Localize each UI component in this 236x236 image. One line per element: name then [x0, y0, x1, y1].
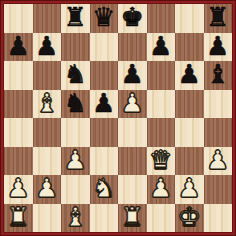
square-c2[interactable]	[61, 175, 90, 204]
piece-white-knight: ♞	[92, 175, 115, 202]
chess-board: ♜♛♚♜♟♟♟♟♞♟♟♝♝♞♟♟♟♛♟♟♟♞♟♟♜♝♜♚	[0, 0, 236, 236]
square-c3[interactable]: ♟	[61, 147, 90, 176]
square-f4[interactable]	[147, 118, 176, 147]
piece-black-pawn: ♟	[121, 61, 144, 88]
square-e8[interactable]: ♚	[118, 4, 147, 33]
piece-black-knight: ♞	[64, 61, 87, 88]
square-c7[interactable]	[61, 33, 90, 62]
piece-white-pawn: ♟	[149, 175, 172, 202]
square-d4[interactable]	[90, 118, 119, 147]
square-c5[interactable]: ♞	[61, 90, 90, 119]
square-b5[interactable]: ♝	[33, 90, 62, 119]
square-g8[interactable]	[175, 4, 204, 33]
piece-white-pawn: ♟	[121, 90, 144, 117]
square-b3[interactable]	[33, 147, 62, 176]
square-a4[interactable]	[4, 118, 33, 147]
square-g2[interactable]: ♟	[175, 175, 204, 204]
square-d1[interactable]	[90, 204, 119, 233]
square-a3[interactable]	[4, 147, 33, 176]
square-d5[interactable]: ♟	[90, 90, 119, 119]
piece-black-rook: ♜	[206, 4, 229, 31]
square-d2[interactable]: ♞	[90, 175, 119, 204]
square-f8[interactable]	[147, 4, 176, 33]
square-h7[interactable]: ♟	[204, 33, 233, 62]
square-b4[interactable]	[33, 118, 62, 147]
square-f2[interactable]: ♟	[147, 175, 176, 204]
square-b8[interactable]	[33, 4, 62, 33]
piece-black-rook: ♜	[64, 4, 87, 31]
square-g3[interactable]	[175, 147, 204, 176]
piece-black-pawn: ♟	[7, 33, 30, 60]
square-g7[interactable]	[175, 33, 204, 62]
piece-white-rook: ♜	[121, 204, 144, 231]
piece-white-king: ♚	[178, 204, 201, 231]
square-d6[interactable]	[90, 61, 119, 90]
square-h1[interactable]	[204, 204, 233, 233]
piece-black-pawn: ♟	[35, 33, 58, 60]
piece-white-rook: ♜	[7, 204, 30, 231]
square-c6[interactable]: ♞	[61, 61, 90, 90]
chess-board-grid: ♜♛♚♜♟♟♟♟♞♟♟♝♝♞♟♟♟♛♟♟♟♞♟♟♜♝♜♚	[4, 4, 232, 232]
square-a6[interactable]	[4, 61, 33, 90]
piece-white-pawn: ♟	[64, 147, 87, 174]
square-e4[interactable]	[118, 118, 147, 147]
piece-black-king: ♚	[121, 4, 144, 31]
square-b7[interactable]: ♟	[33, 33, 62, 62]
square-h5[interactable]	[204, 90, 233, 119]
square-e6[interactable]: ♟	[118, 61, 147, 90]
piece-black-pawn: ♟	[149, 33, 172, 60]
piece-white-pawn: ♟	[7, 175, 30, 202]
square-h2[interactable]	[204, 175, 233, 204]
square-f7[interactable]: ♟	[147, 33, 176, 62]
square-a2[interactable]: ♟	[4, 175, 33, 204]
square-g5[interactable]	[175, 90, 204, 119]
piece-black-knight: ♞	[64, 90, 87, 117]
piece-white-bishop: ♝	[35, 90, 58, 117]
piece-white-pawn: ♟	[178, 175, 201, 202]
piece-white-queen: ♛	[149, 147, 172, 174]
square-g1[interactable]: ♚	[175, 204, 204, 233]
square-d7[interactable]	[90, 33, 119, 62]
square-a8[interactable]	[4, 4, 33, 33]
square-b1[interactable]	[33, 204, 62, 233]
square-f3[interactable]: ♛	[147, 147, 176, 176]
piece-black-pawn: ♟	[206, 33, 229, 60]
square-a1[interactable]: ♜	[4, 204, 33, 233]
square-h4[interactable]	[204, 118, 233, 147]
square-b2[interactable]: ♟	[33, 175, 62, 204]
square-f1[interactable]	[147, 204, 176, 233]
square-a5[interactable]	[4, 90, 33, 119]
square-h6[interactable]: ♝	[204, 61, 233, 90]
square-h8[interactable]: ♜	[204, 4, 233, 33]
piece-black-bishop: ♝	[206, 61, 229, 88]
square-d3[interactable]	[90, 147, 119, 176]
square-e7[interactable]	[118, 33, 147, 62]
square-c4[interactable]	[61, 118, 90, 147]
square-f6[interactable]	[147, 61, 176, 90]
square-e5[interactable]: ♟	[118, 90, 147, 119]
piece-white-bishop: ♝	[64, 204, 87, 231]
square-b6[interactable]	[33, 61, 62, 90]
square-a7[interactable]: ♟	[4, 33, 33, 62]
square-e2[interactable]	[118, 175, 147, 204]
square-f5[interactable]	[147, 90, 176, 119]
piece-white-pawn: ♟	[206, 147, 229, 174]
piece-black-pawn: ♟	[178, 61, 201, 88]
piece-black-pawn: ♟	[92, 90, 115, 117]
square-h3[interactable]: ♟	[204, 147, 233, 176]
square-e3[interactable]	[118, 147, 147, 176]
square-g6[interactable]: ♟	[175, 61, 204, 90]
piece-white-pawn: ♟	[35, 175, 58, 202]
piece-black-queen: ♛	[92, 4, 115, 31]
square-g4[interactable]	[175, 118, 204, 147]
square-d8[interactable]: ♛	[90, 4, 119, 33]
square-c1[interactable]: ♝	[61, 204, 90, 233]
square-e1[interactable]: ♜	[118, 204, 147, 233]
square-c8[interactable]: ♜	[61, 4, 90, 33]
